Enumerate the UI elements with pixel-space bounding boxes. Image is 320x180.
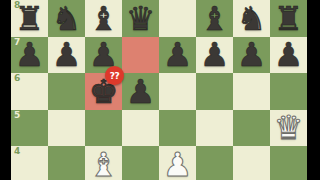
square-a8[interactable]: 8♜: [11, 0, 48, 37]
square-f8[interactable]: ♝: [196, 0, 233, 37]
white-queen[interactable]: ♛: [270, 110, 307, 147]
square-d6[interactable]: ♟: [122, 73, 159, 110]
black-knight[interactable]: ♞: [48, 0, 85, 37]
square-h8[interactable]: ♜: [270, 0, 307, 37]
blunder-badge: ??: [105, 66, 124, 85]
square-b5[interactable]: [48, 110, 85, 147]
square-a4[interactable]: 4: [11, 146, 48, 180]
square-g4[interactable]: [233, 146, 270, 180]
square-c5[interactable]: [85, 110, 122, 147]
black-pawn[interactable]: ♟: [11, 37, 48, 74]
black-queen[interactable]: ♛: [122, 0, 159, 37]
rank-label-6: 6: [14, 74, 20, 83]
square-e7[interactable]: ♟: [159, 37, 196, 74]
square-h6[interactable]: [270, 73, 307, 110]
white-pawn[interactable]: ♟: [159, 146, 196, 180]
black-rook[interactable]: ♜: [11, 0, 48, 37]
square-h7[interactable]: ♟: [270, 37, 307, 74]
square-h5[interactable]: ♛: [270, 110, 307, 147]
chess-board: 8♜♞♝♛♝♞♜7♟♟♟♟♟♟♟6♚♟5♛4♝♟: [11, 0, 307, 180]
square-h4[interactable]: [270, 146, 307, 180]
square-f4[interactable]: [196, 146, 233, 180]
square-b4[interactable]: [48, 146, 85, 180]
black-pawn[interactable]: ♟: [159, 37, 196, 74]
square-f5[interactable]: [196, 110, 233, 147]
square-d4[interactable]: [122, 146, 159, 180]
square-b6[interactable]: [48, 73, 85, 110]
square-e6[interactable]: [159, 73, 196, 110]
square-b8[interactable]: ♞: [48, 0, 85, 37]
black-pawn[interactable]: ♟: [270, 37, 307, 74]
square-d7[interactable]: [122, 37, 159, 74]
square-d8[interactable]: ♛: [122, 0, 159, 37]
square-e8[interactable]: [159, 0, 196, 37]
rank-label-4: 4: [14, 147, 20, 156]
black-rook[interactable]: ♜: [270, 0, 307, 37]
square-g5[interactable]: [233, 110, 270, 147]
square-b7[interactable]: ♟: [48, 37, 85, 74]
letterbox-left: [0, 0, 11, 180]
video-frame: 8♜♞♝♛♝♞♜7♟♟♟♟♟♟♟6♚♟5♛4♝♟ ??: [0, 0, 320, 180]
square-g7[interactable]: ♟: [233, 37, 270, 74]
square-g6[interactable]: [233, 73, 270, 110]
black-pawn[interactable]: ♟: [122, 73, 159, 110]
square-c4[interactable]: ♝: [85, 146, 122, 180]
black-pawn[interactable]: ♟: [196, 37, 233, 74]
square-a6[interactable]: 6: [11, 73, 48, 110]
black-bishop[interactable]: ♝: [85, 0, 122, 37]
black-pawn[interactable]: ♟: [233, 37, 270, 74]
square-e4[interactable]: ♟: [159, 146, 196, 180]
letterbox-right: [307, 0, 320, 180]
white-bishop[interactable]: ♝: [85, 146, 122, 180]
square-a7[interactable]: 7♟: [11, 37, 48, 74]
square-f6[interactable]: [196, 73, 233, 110]
square-g8[interactable]: ♞: [233, 0, 270, 37]
black-knight[interactable]: ♞: [233, 0, 270, 37]
square-a5[interactable]: 5: [11, 110, 48, 147]
black-bishop[interactable]: ♝: [196, 0, 233, 37]
square-e5[interactable]: [159, 110, 196, 147]
black-pawn[interactable]: ♟: [48, 37, 85, 74]
square-d5[interactable]: [122, 110, 159, 147]
square-c8[interactable]: ♝: [85, 0, 122, 37]
square-f7[interactable]: ♟: [196, 37, 233, 74]
rank-label-5: 5: [14, 111, 20, 120]
